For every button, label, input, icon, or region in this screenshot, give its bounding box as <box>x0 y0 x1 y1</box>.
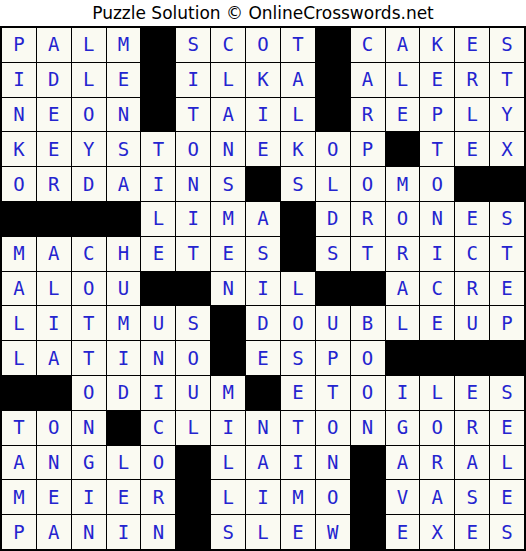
letter-cell-r14c2: E <box>37 480 71 514</box>
letter-cell-r1c9: T <box>281 28 315 62</box>
black-cell-r5c15 <box>490 167 524 201</box>
letter-cell-r11c4: D <box>107 376 141 410</box>
letter-cell-r6c10: D <box>316 202 350 236</box>
letter-cell-r11c12: I <box>386 376 420 410</box>
letter-cell-r11c9: E <box>281 376 315 410</box>
letter-cell-r1c12: A <box>386 28 420 62</box>
black-cell-r7c9 <box>281 237 315 271</box>
letter-cell-r12c3: N <box>72 411 106 445</box>
letter-cell-r4c2: E <box>37 132 71 166</box>
letter-cell-r8c4: U <box>107 272 141 306</box>
letter-cell-r8c14: R <box>455 272 489 306</box>
letter-cell-r8c9: L <box>281 272 315 306</box>
letter-cell-r15c8: L <box>246 515 280 549</box>
letter-cell-r12c15: E <box>490 411 524 445</box>
letter-cell-r8c15: E <box>490 272 524 306</box>
letter-cell-r9c13: E <box>420 306 454 340</box>
letter-cell-r3c14: L <box>455 98 489 132</box>
black-cell-r10c7 <box>211 341 245 375</box>
letter-cell-r7c1: M <box>2 237 36 271</box>
letter-cell-r12c11: N <box>351 411 385 445</box>
letter-cell-r11c5: I <box>141 376 175 410</box>
letter-cell-r4c8: E <box>246 132 280 166</box>
letter-cell-r5c1: O <box>2 167 36 201</box>
letter-cell-r15c10: W <box>316 515 350 549</box>
black-cell-r5c14 <box>455 167 489 201</box>
letter-cell-r2c12: L <box>386 63 420 97</box>
letter-cell-r12c1: T <box>2 411 36 445</box>
letter-cell-r3c9: L <box>281 98 315 132</box>
letter-cell-r12c12: G <box>386 411 420 445</box>
letter-cell-r4c10: O <box>316 132 350 166</box>
black-cell-r8c5 <box>141 272 175 306</box>
letter-cell-r1c13: K <box>420 28 454 62</box>
letter-cell-r9c10: U <box>316 306 350 340</box>
letter-cell-r12c14: R <box>455 411 489 445</box>
letter-cell-r15c15: S <box>490 515 524 549</box>
letter-cell-r8c13: C <box>420 272 454 306</box>
letter-cell-r15c13: X <box>420 515 454 549</box>
black-cell-r15c6 <box>176 515 210 549</box>
letter-cell-r15c1: P <box>2 515 36 549</box>
letter-cell-r9c1: L <box>2 306 36 340</box>
black-cell-r1c10 <box>316 28 350 62</box>
letter-cell-r1c3: L <box>72 28 106 62</box>
letter-cell-r6c6: I <box>176 202 210 236</box>
letter-cell-r13c15: L <box>490 446 524 480</box>
letter-cell-r11c11: O <box>351 376 385 410</box>
letter-cell-r2c13: E <box>420 63 454 97</box>
letter-cell-r2c9: A <box>281 63 315 97</box>
letter-cell-r9c8: D <box>246 306 280 340</box>
letter-cell-r14c7: L <box>211 480 245 514</box>
letter-cell-r12c7: I <box>211 411 245 445</box>
letter-cell-r14c15: E <box>490 480 524 514</box>
letter-cell-r13c2: N <box>37 446 71 480</box>
letter-cell-r7c11: T <box>351 237 385 271</box>
black-cell-r14c11 <box>351 480 385 514</box>
letter-cell-r12c10: O <box>316 411 350 445</box>
letter-cell-r14c9: M <box>281 480 315 514</box>
letter-cell-r14c13: A <box>420 480 454 514</box>
letter-cell-r15c3: N <box>72 515 106 549</box>
letter-cell-r10c10: P <box>316 341 350 375</box>
letter-cell-r10c8: E <box>246 341 280 375</box>
letter-cell-r2c1: I <box>2 63 36 97</box>
letter-cell-r4c7: N <box>211 132 245 166</box>
letter-cell-r4c15: X <box>490 132 524 166</box>
black-cell-r10c15 <box>490 341 524 375</box>
black-cell-r6c2 <box>37 202 71 236</box>
letter-cell-r5c2: R <box>37 167 71 201</box>
letter-cell-r5c5: I <box>141 167 175 201</box>
black-cell-r8c10 <box>316 272 350 306</box>
letter-cell-r13c7: L <box>211 446 245 480</box>
puzzle-solution-page: Puzzle Solution © OnlineCrosswords.net P… <box>0 0 526 551</box>
letter-cell-r15c2: A <box>37 515 71 549</box>
letter-cell-r7c12: R <box>386 237 420 271</box>
letter-cell-r3c11: R <box>351 98 385 132</box>
letter-cell-r7c8: S <box>246 237 280 271</box>
letter-cell-r8c7: N <box>211 272 245 306</box>
letter-cell-r3c4: N <box>107 98 141 132</box>
letter-cell-r4c14: E <box>455 132 489 166</box>
letter-cell-r12c6: L <box>176 411 210 445</box>
letter-cell-r10c5: N <box>141 341 175 375</box>
letter-cell-r4c3: Y <box>72 132 106 166</box>
black-cell-r8c6 <box>176 272 210 306</box>
letter-cell-r10c6: O <box>176 341 210 375</box>
letter-cell-r3c15: Y <box>490 98 524 132</box>
black-cell-r10c14 <box>455 341 489 375</box>
black-cell-r6c9 <box>281 202 315 236</box>
letter-cell-r5c7: S <box>211 167 245 201</box>
letter-cell-r13c12: A <box>386 446 420 480</box>
letter-cell-r1c14: E <box>455 28 489 62</box>
letter-cell-r15c12: E <box>386 515 420 549</box>
letter-cell-r2c4: E <box>107 63 141 97</box>
letter-cell-r10c1: L <box>2 341 36 375</box>
letter-cell-r6c12: O <box>386 202 420 236</box>
letter-cell-r11c14: E <box>455 376 489 410</box>
black-cell-r9c7 <box>211 306 245 340</box>
black-cell-r1c5 <box>141 28 175 62</box>
letter-cell-r9c2: I <box>37 306 71 340</box>
letter-cell-r13c14: A <box>455 446 489 480</box>
letter-cell-r2c2: D <box>37 63 71 97</box>
letter-cell-r10c4: I <box>107 341 141 375</box>
letter-cell-r7c13: I <box>420 237 454 271</box>
letter-cell-r2c6: I <box>176 63 210 97</box>
letter-cell-r6c8: A <box>246 202 280 236</box>
letter-cell-r1c11: C <box>351 28 385 62</box>
letter-cell-r11c13: L <box>420 376 454 410</box>
letter-cell-r8c2: L <box>37 272 71 306</box>
letter-cell-r1c2: A <box>37 28 71 62</box>
letter-cell-r1c6: S <box>176 28 210 62</box>
letter-cell-r7c4: H <box>107 237 141 271</box>
letter-cell-r12c8: N <box>246 411 280 445</box>
black-cell-r10c12 <box>386 341 420 375</box>
letter-cell-r12c5: C <box>141 411 175 445</box>
black-cell-r11c1 <box>2 376 36 410</box>
letter-cell-r8c12: A <box>386 272 420 306</box>
black-cell-r5c8 <box>246 167 280 201</box>
letter-cell-r1c7: C <box>211 28 245 62</box>
letter-cell-r4c1: K <box>2 132 36 166</box>
letter-cell-r14c12: V <box>386 480 420 514</box>
letter-cell-r1c4: M <box>107 28 141 62</box>
letter-cell-r14c14: S <box>455 480 489 514</box>
letter-cell-r2c3: L <box>72 63 106 97</box>
black-cell-r6c4 <box>107 202 141 236</box>
black-cell-r2c10 <box>316 63 350 97</box>
letter-cell-r11c6: U <box>176 376 210 410</box>
letter-cell-r3c13: P <box>420 98 454 132</box>
letter-cell-r15c9: E <box>281 515 315 549</box>
letter-cell-r15c5: N <box>141 515 175 549</box>
letter-cell-r9c5: U <box>141 306 175 340</box>
letter-cell-r13c9: I <box>281 446 315 480</box>
black-cell-r3c10 <box>316 98 350 132</box>
letter-cell-r9c11: B <box>351 306 385 340</box>
letter-cell-r4c9: K <box>281 132 315 166</box>
letter-cell-r10c2: A <box>37 341 71 375</box>
letter-cell-r12c9: T <box>281 411 315 445</box>
letter-cell-r9c9: O <box>281 306 315 340</box>
letter-cell-r12c13: O <box>420 411 454 445</box>
black-cell-r14c6 <box>176 480 210 514</box>
letter-cell-r6c7: M <box>211 202 245 236</box>
letter-cell-r3c3: O <box>72 98 106 132</box>
letter-cell-r5c3: D <box>72 167 106 201</box>
letter-cell-r5c4: A <box>107 167 141 201</box>
black-cell-r13c11 <box>351 446 385 480</box>
letter-cell-r5c10: L <box>316 167 350 201</box>
letter-cell-r9c14: U <box>455 306 489 340</box>
letter-cell-r7c3: C <box>72 237 106 271</box>
letter-cell-r4c5: T <box>141 132 175 166</box>
letter-cell-r6c5: L <box>141 202 175 236</box>
letter-cell-r2c11: A <box>351 63 385 97</box>
letter-cell-r7c2: A <box>37 237 71 271</box>
letter-cell-r13c8: A <box>246 446 280 480</box>
letter-cell-r11c15: S <box>490 376 524 410</box>
letter-cell-r14c10: O <box>316 480 350 514</box>
letter-cell-r7c10: S <box>316 237 350 271</box>
letter-cell-r3c6: T <box>176 98 210 132</box>
letter-cell-r7c7: E <box>211 237 245 271</box>
letter-cell-r1c15: S <box>490 28 524 62</box>
letter-cell-r15c14: E <box>455 515 489 549</box>
letter-cell-r3c2: E <box>37 98 71 132</box>
letter-cell-r13c3: G <box>72 446 106 480</box>
letter-cell-r6c15: S <box>490 202 524 236</box>
letter-cell-r8c1: A <box>2 272 36 306</box>
letter-cell-r13c1: A <box>2 446 36 480</box>
letter-cell-r14c1: M <box>2 480 36 514</box>
letter-cell-r14c8: I <box>246 480 280 514</box>
letter-cell-r3c1: N <box>2 98 36 132</box>
letter-cell-r2c7: L <box>211 63 245 97</box>
letter-cell-r9c6: S <box>176 306 210 340</box>
letter-cell-r12c2: O <box>37 411 71 445</box>
letter-cell-r7c6: T <box>176 237 210 271</box>
letter-cell-r13c4: L <box>107 446 141 480</box>
letter-cell-r6c11: R <box>351 202 385 236</box>
letter-cell-r11c3: O <box>72 376 106 410</box>
black-cell-r2c5 <box>141 63 175 97</box>
letter-cell-r5c11: O <box>351 167 385 201</box>
black-cell-r11c2 <box>37 376 71 410</box>
letter-cell-r9c12: L <box>386 306 420 340</box>
letter-cell-r15c7: S <box>211 515 245 549</box>
letter-cell-r11c7: M <box>211 376 245 410</box>
letter-cell-r5c9: S <box>281 167 315 201</box>
letter-cell-r11c10: T <box>316 376 350 410</box>
letter-cell-r14c4: E <box>107 480 141 514</box>
crossword-grid: PALMSCOTCAKESIDLEILKAALERTNEONTAILREPLYK… <box>0 26 526 551</box>
black-cell-r6c3 <box>72 202 106 236</box>
letter-cell-r10c3: T <box>72 341 106 375</box>
letter-cell-r2c8: K <box>246 63 280 97</box>
black-cell-r3c5 <box>141 98 175 132</box>
black-cell-r6c1 <box>2 202 36 236</box>
letter-cell-r9c4: M <box>107 306 141 340</box>
letter-cell-r5c13: O <box>420 167 454 201</box>
letter-cell-r14c3: I <box>72 480 106 514</box>
letter-cell-r4c13: T <box>420 132 454 166</box>
letter-cell-r13c5: O <box>141 446 175 480</box>
letter-cell-r2c15: T <box>490 63 524 97</box>
black-cell-r15c11 <box>351 515 385 549</box>
black-cell-r13c6 <box>176 446 210 480</box>
letter-cell-r3c7: A <box>211 98 245 132</box>
letter-cell-r7c15: T <box>490 237 524 271</box>
letter-cell-r8c8: I <box>246 272 280 306</box>
letter-cell-r6c13: N <box>420 202 454 236</box>
letter-cell-r4c6: O <box>176 132 210 166</box>
black-cell-r4c12 <box>386 132 420 166</box>
letter-cell-r13c13: R <box>420 446 454 480</box>
letter-cell-r13c10: N <box>316 446 350 480</box>
letter-cell-r4c11: P <box>351 132 385 166</box>
letter-cell-r10c11: O <box>351 341 385 375</box>
letter-cell-r14c5: R <box>141 480 175 514</box>
letter-cell-r1c8: O <box>246 28 280 62</box>
letter-cell-r1c1: P <box>2 28 36 62</box>
letter-cell-r8c3: O <box>72 272 106 306</box>
letter-cell-r4c4: S <box>107 132 141 166</box>
letter-cell-r15c4: I <box>107 515 141 549</box>
black-cell-r12c4 <box>107 411 141 445</box>
letter-cell-r2c14: R <box>455 63 489 97</box>
letter-cell-r7c5: E <box>141 237 175 271</box>
letter-cell-r3c8: I <box>246 98 280 132</box>
letter-cell-r10c9: S <box>281 341 315 375</box>
letter-cell-r5c12: M <box>386 167 420 201</box>
black-cell-r8c11 <box>351 272 385 306</box>
letter-cell-r9c15: P <box>490 306 524 340</box>
letter-cell-r7c14: C <box>455 237 489 271</box>
letter-cell-r3c12: E <box>386 98 420 132</box>
black-cell-r10c13 <box>420 341 454 375</box>
letter-cell-r6c14: E <box>455 202 489 236</box>
letter-cell-r9c3: T <box>72 306 106 340</box>
puzzle-title: Puzzle Solution © OnlineCrosswords.net <box>0 0 526 26</box>
letter-cell-r5c6: N <box>176 167 210 201</box>
black-cell-r11c8 <box>246 376 280 410</box>
